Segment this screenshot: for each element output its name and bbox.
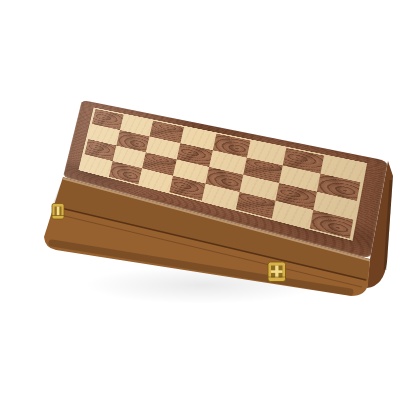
latch-left-icon: [52, 204, 64, 220]
product-photo-stage: [0, 0, 400, 400]
latch-right-icon: [268, 262, 286, 282]
